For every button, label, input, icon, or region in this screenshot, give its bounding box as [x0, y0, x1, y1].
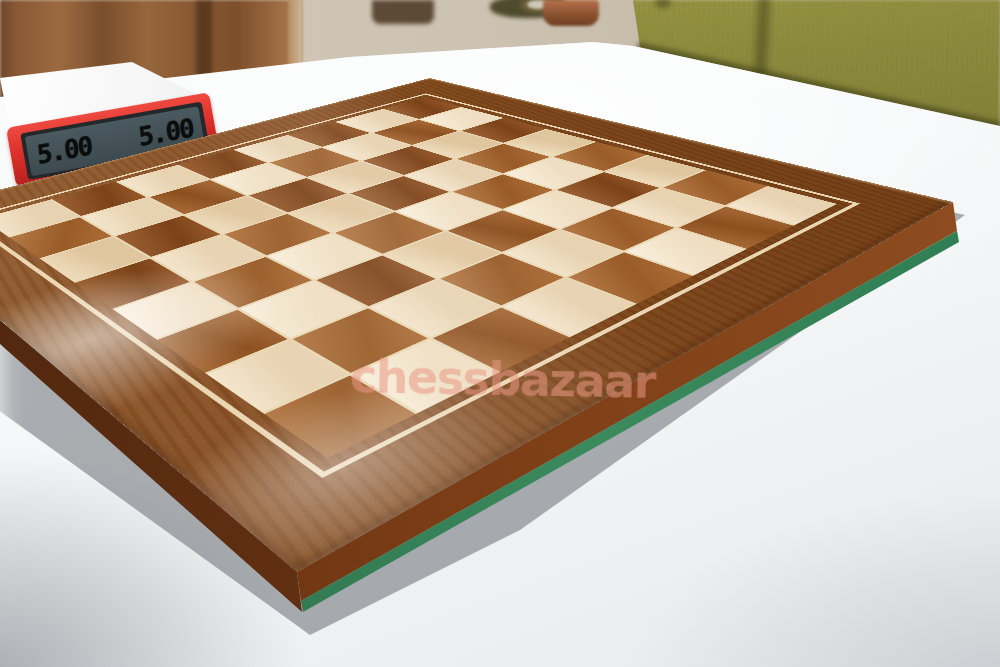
- plant-pot: [543, 0, 599, 26]
- scene: 5.00 5.00 chessbazaar: [0, 0, 1000, 667]
- dark-door-patch: [372, 0, 434, 24]
- watermark: chessbazaar: [350, 349, 656, 409]
- clock-time-left: 5.00: [36, 131, 93, 170]
